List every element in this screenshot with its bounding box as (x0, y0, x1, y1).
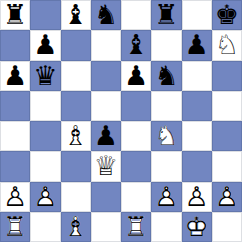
piece-white-pawn[interactable]: ♟♙ (30, 182, 60, 212)
square-d2[interactable] (91, 182, 121, 212)
square-g3[interactable] (182, 151, 212, 181)
square-a8[interactable]: ♜ (0, 0, 30, 30)
square-d6[interactable] (91, 61, 121, 91)
square-d4[interactable]: ♟ (91, 121, 121, 151)
square-c7[interactable] (61, 30, 91, 60)
piece-glyph: ♚ (212, 0, 242, 30)
piece-white-rook[interactable]: ♜♖ (0, 212, 30, 242)
square-f1[interactable] (151, 212, 181, 242)
square-a2[interactable]: ♟♙ (0, 182, 30, 212)
square-h2[interactable]: ♟♙ (212, 182, 242, 212)
piece-white-pawn[interactable]: ♟♙ (0, 182, 30, 212)
piece-black-rook[interactable]: ♜ (151, 0, 181, 30)
square-f8[interactable]: ♜ (151, 0, 181, 30)
piece-black-rook[interactable]: ♜ (0, 0, 30, 30)
square-e3[interactable] (121, 151, 151, 181)
square-a3[interactable] (0, 151, 30, 181)
square-a5[interactable] (0, 91, 30, 121)
square-e8[interactable] (121, 0, 151, 30)
piece-glyph-outline: ♔ (182, 212, 212, 242)
piece-glyph: ♟ (121, 61, 151, 91)
square-h3[interactable] (212, 151, 242, 181)
square-d5[interactable] (91, 91, 121, 121)
piece-glyph-outline: ♕ (91, 151, 121, 181)
square-b7[interactable]: ♟ (30, 30, 60, 60)
square-b3[interactable] (30, 151, 60, 181)
square-c3[interactable] (61, 151, 91, 181)
square-h6[interactable] (212, 61, 242, 91)
square-g2[interactable]: ♟♙ (182, 182, 212, 212)
square-h7[interactable]: ♞♘ (212, 30, 242, 60)
piece-white-knight[interactable]: ♞♘ (151, 121, 181, 151)
square-g5[interactable] (182, 91, 212, 121)
square-e1[interactable]: ♜♖ (121, 212, 151, 242)
square-a6[interactable]: ♟ (0, 61, 30, 91)
piece-white-king[interactable]: ♚♔ (182, 212, 212, 242)
square-e4[interactable] (121, 121, 151, 151)
square-f2[interactable]: ♟♙ (151, 182, 181, 212)
square-e7[interactable]: ♝ (121, 30, 151, 60)
piece-black-pawn[interactable]: ♟ (30, 30, 60, 60)
square-a7[interactable] (0, 30, 30, 60)
square-f4[interactable]: ♞♘ (151, 121, 181, 151)
square-c8[interactable]: ♝ (61, 0, 91, 30)
piece-black-pawn[interactable]: ♟ (182, 30, 212, 60)
piece-glyph-outline: ♘ (151, 121, 181, 151)
piece-black-bishop[interactable]: ♝ (121, 30, 151, 60)
piece-glyph-outline: ♙ (182, 182, 212, 212)
piece-black-pawn[interactable]: ♟ (121, 61, 151, 91)
square-e5[interactable] (121, 91, 151, 121)
square-h5[interactable] (212, 91, 242, 121)
piece-black-knight[interactable]: ♞ (91, 0, 121, 30)
piece-white-pawn[interactable]: ♟♙ (212, 182, 242, 212)
piece-glyph: ♛ (30, 61, 60, 91)
piece-glyph: ♞ (151, 61, 181, 91)
square-c4[interactable]: ♝♗ (61, 121, 91, 151)
piece-black-knight[interactable]: ♞ (151, 61, 181, 91)
piece-glyph-outline: ♙ (151, 182, 181, 212)
square-e2[interactable] (121, 182, 151, 212)
piece-white-bishop[interactable]: ♝♗ (61, 212, 91, 242)
piece-glyph: ♟ (30, 30, 60, 60)
square-h8[interactable]: ♚ (212, 0, 242, 30)
piece-glyph-outline: ♗ (61, 212, 91, 242)
square-b6[interactable]: ♛ (30, 61, 60, 91)
square-b8[interactable] (30, 0, 60, 30)
square-c5[interactable] (61, 91, 91, 121)
square-a1[interactable]: ♜♖ (0, 212, 30, 242)
chess-board: ♜♝♞♜♚♟♝♟♞♘♟♛♟♞♝♗♟♞♘♛♕♟♙♟♙♟♙♟♙♟♙♜♖♝♗♜♖♚♔ (0, 0, 242, 242)
piece-white-rook[interactable]: ♜♖ (121, 212, 151, 242)
piece-glyph-outline: ♖ (121, 212, 151, 242)
piece-glyph: ♝ (61, 0, 91, 30)
square-b5[interactable] (30, 91, 60, 121)
square-d1[interactable] (91, 212, 121, 242)
square-b1[interactable] (30, 212, 60, 242)
square-h1[interactable] (212, 212, 242, 242)
square-h4[interactable] (212, 121, 242, 151)
piece-glyph: ♜ (0, 0, 30, 30)
square-e6[interactable]: ♟ (121, 61, 151, 91)
square-a4[interactable] (0, 121, 30, 151)
square-f7[interactable] (151, 30, 181, 60)
square-c6[interactable] (61, 61, 91, 91)
piece-black-pawn[interactable]: ♟ (91, 121, 121, 151)
piece-glyph-outline: ♙ (0, 182, 30, 212)
piece-white-queen[interactable]: ♛♕ (91, 151, 121, 181)
square-f3[interactable] (151, 151, 181, 181)
piece-glyph-outline: ♖ (0, 212, 30, 242)
piece-white-pawn[interactable]: ♟♙ (182, 182, 212, 212)
piece-white-bishop[interactable]: ♝♗ (61, 121, 91, 151)
piece-black-pawn[interactable]: ♟ (0, 61, 30, 91)
square-g6[interactable] (182, 61, 212, 91)
piece-glyph: ♟ (0, 61, 30, 91)
piece-black-queen[interactable]: ♛ (30, 61, 60, 91)
piece-glyph: ♞ (91, 0, 121, 30)
piece-glyph: ♝ (121, 30, 151, 60)
square-g4[interactable] (182, 121, 212, 151)
piece-glyph-outline: ♙ (30, 182, 60, 212)
piece-glyph-outline: ♙ (212, 182, 242, 212)
square-d8[interactable]: ♞ (91, 0, 121, 30)
square-g1[interactable]: ♚♔ (182, 212, 212, 242)
square-c2[interactable] (61, 182, 91, 212)
piece-glyph-outline: ♘ (212, 30, 242, 60)
piece-glyph: ♟ (182, 30, 212, 60)
piece-glyph: ♜ (151, 0, 181, 30)
square-b2[interactable]: ♟♙ (30, 182, 60, 212)
piece-black-king[interactable]: ♚ (212, 0, 242, 30)
piece-black-bishop[interactable]: ♝ (61, 0, 91, 30)
piece-glyph: ♟ (91, 121, 121, 151)
square-b4[interactable] (30, 121, 60, 151)
square-d3[interactable]: ♛♕ (91, 151, 121, 181)
square-g8[interactable] (182, 0, 212, 30)
square-d7[interactable] (91, 30, 121, 60)
piece-white-pawn[interactable]: ♟♙ (151, 182, 181, 212)
piece-white-knight[interactable]: ♞♘ (212, 30, 242, 60)
square-f5[interactable] (151, 91, 181, 121)
piece-glyph-outline: ♗ (61, 121, 91, 151)
square-f6[interactable]: ♞ (151, 61, 181, 91)
square-c1[interactable]: ♝♗ (61, 212, 91, 242)
square-g7[interactable]: ♟ (182, 30, 212, 60)
